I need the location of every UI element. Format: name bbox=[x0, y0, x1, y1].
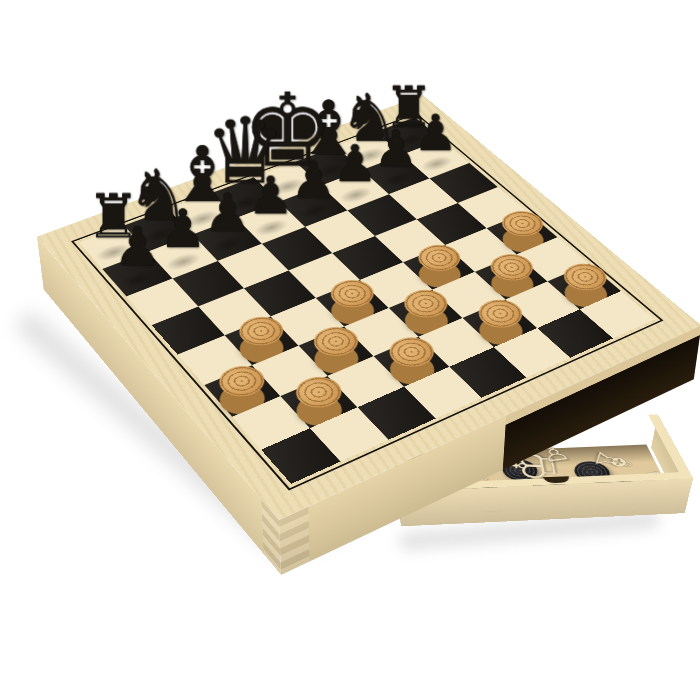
square-a7: ♟ bbox=[102, 252, 172, 297]
square-h2 bbox=[548, 264, 622, 310]
finger-joints-front bbox=[279, 506, 310, 574]
drawer-white-bishop[interactable]: ♗ bbox=[587, 445, 640, 478]
black-pawn-glyph: ♟ bbox=[58, 220, 217, 274]
product-photo-scene: ♔♘♗♙♙♙ ♜♞♝♛♚♝♞♜♟♟♟♟♟♟♟♟ bbox=[0, 0, 700, 700]
drawer-right-rim bbox=[648, 414, 693, 479]
